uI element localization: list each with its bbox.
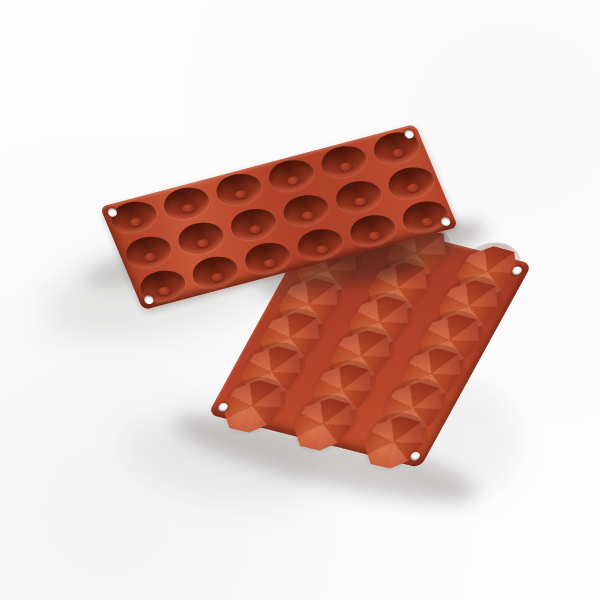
fluted-cavity: [158, 183, 214, 223]
fluted-cavity: [172, 218, 228, 258]
fluted-cavity: [315, 142, 371, 182]
fluted-cavity: [330, 176, 386, 216]
fluted-cavity: [225, 204, 281, 244]
fluted-cavity: [211, 170, 267, 210]
fluted-cavity: [106, 197, 162, 237]
fluted-cavity: [263, 156, 319, 196]
fluted-cavity: [120, 232, 176, 272]
fluted-cavity: [382, 162, 438, 202]
fluted-cavity: [368, 128, 424, 168]
fluted-cavity: [277, 190, 333, 230]
product-photo-silicone-molds: [0, 0, 600, 600]
